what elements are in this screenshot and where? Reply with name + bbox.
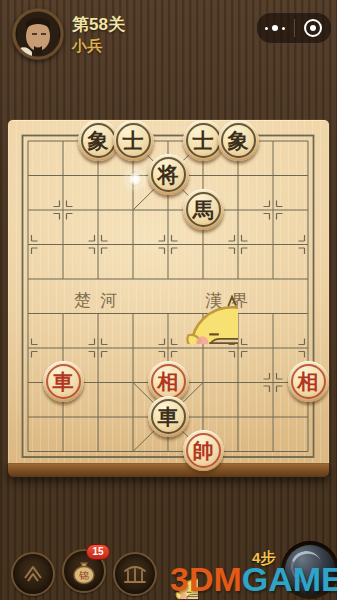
dark-sphere-icon bbox=[285, 545, 335, 595]
piece-象-black[interactable]: 象 bbox=[218, 120, 259, 161]
close-circle-icon bbox=[304, 19, 322, 37]
chick-mascot-small[interactable] bbox=[150, 547, 198, 599]
chevron-up-icon bbox=[20, 561, 46, 587]
piece-glyph: 馬 bbox=[193, 199, 214, 220]
dark-sphere-button[interactable] bbox=[281, 541, 337, 599]
avatar-portrait-icon bbox=[12, 8, 64, 60]
money-bag-icon: 锦 bbox=[69, 556, 99, 586]
piece-glyph: 象 bbox=[88, 130, 109, 151]
piece-相-red[interactable]: 相 bbox=[288, 361, 329, 402]
piece-glyph: 士 bbox=[193, 130, 214, 151]
xiangqi-board[interactable]: 象士士象将馬車相相車帥 bbox=[11, 123, 326, 468]
more-dots-icon bbox=[265, 25, 285, 31]
hint-sparkle bbox=[127, 171, 143, 187]
steps-label: 4步 bbox=[252, 549, 275, 568]
piece-帥-red[interactable]: 帥 bbox=[183, 430, 224, 471]
menu-collapse-button[interactable] bbox=[11, 552, 55, 596]
player-name: 小兵 bbox=[72, 37, 102, 56]
piece-士-black[interactable]: 士 bbox=[113, 120, 154, 161]
piece-glyph: 将 bbox=[158, 164, 179, 185]
piece-車-red[interactable]: 車 bbox=[43, 361, 84, 402]
piece-glyph: 相 bbox=[158, 371, 179, 392]
player-avatar[interactable] bbox=[12, 8, 64, 60]
piece-glyph: 象 bbox=[228, 130, 249, 151]
hint-bag-button[interactable]: 锦 15 bbox=[62, 549, 106, 593]
piece-glyph: 帥 bbox=[193, 440, 214, 461]
piece-glyph: 車 bbox=[158, 406, 179, 427]
piece-glyph: 車 bbox=[53, 371, 74, 392]
hint-count-badge: 15 bbox=[86, 544, 110, 560]
piece-車-black[interactable]: 車 bbox=[148, 396, 189, 437]
piece-glyph: 士 bbox=[123, 130, 144, 151]
piece-馬-black[interactable]: 馬 bbox=[183, 189, 224, 230]
close-circle-button[interactable] bbox=[295, 13, 332, 43]
piece-glyph: 相 bbox=[298, 371, 319, 392]
more-options-button[interactable] bbox=[257, 13, 294, 43]
pavilion-icon bbox=[121, 560, 149, 588]
svg-text:锦: 锦 bbox=[79, 570, 89, 581]
level-title: 第58关 bbox=[72, 13, 125, 36]
miniprogram-capsule bbox=[256, 12, 332, 44]
piece-将-black[interactable]: 将 bbox=[148, 154, 189, 195]
